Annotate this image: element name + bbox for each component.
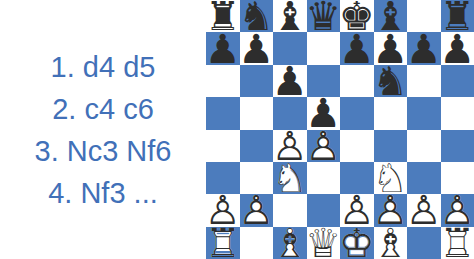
square-b3[interactable]: [240, 162, 274, 194]
piece-white-knight: ♞♘: [273, 162, 307, 194]
square-b6[interactable]: [240, 65, 274, 97]
piece-white-knight: ♞♘: [374, 162, 408, 194]
square-e6[interactable]: [340, 65, 374, 97]
square-e1[interactable]: ♚♔: [340, 227, 374, 259]
piece-black-knight: ♞: [240, 0, 274, 32]
piece-white-pawn: ♟♙: [240, 194, 274, 226]
piece-glyph-outline: ♗: [273, 227, 307, 259]
piece-glyph-fill: ♟: [407, 194, 441, 226]
square-e3[interactable]: [340, 162, 374, 194]
piece-glyph-fill: ♝: [374, 227, 408, 259]
move-list: 1. d4 d5 2. c4 c6 3. Nc3 Nf6 4. Nf3 ...: [0, 0, 206, 259]
square-h5[interactable]: [441, 97, 474, 129]
square-a4[interactable]: [206, 130, 240, 162]
square-h3[interactable]: [441, 162, 474, 194]
piece-glyph-fill: ♜: [206, 227, 240, 259]
piece-white-pawn: ♟♙: [273, 130, 307, 162]
piece-glyph-fill: ♟: [441, 194, 474, 226]
move-line-2: 2. c4 c6: [52, 88, 154, 130]
square-d7[interactable]: [307, 32, 341, 64]
piece-glyph-fill: ♟: [240, 194, 274, 226]
piece-white-pawn: ♟♙: [374, 194, 408, 226]
piece-glyph-fill: ♞: [374, 162, 408, 194]
square-g3[interactable]: [407, 162, 441, 194]
piece-glyph-outline: ♙: [273, 130, 307, 162]
square-b7[interactable]: ♟: [240, 32, 274, 64]
piece-glyph-fill: ♟: [374, 194, 408, 226]
piece-glyph-outline: ♘: [273, 162, 307, 194]
piece-black-pawn: ♟: [273, 65, 307, 97]
square-e4[interactable]: [340, 130, 374, 162]
piece-white-king: ♚♔: [340, 227, 374, 259]
square-d4[interactable]: ♟♙: [307, 130, 341, 162]
piece-black-pawn: ♟: [441, 32, 474, 64]
piece-black-queen: ♛: [307, 0, 341, 32]
square-g4[interactable]: [407, 130, 441, 162]
square-g7[interactable]: ♟: [407, 32, 441, 64]
piece-glyph-fill: ♚: [340, 227, 374, 259]
piece-black-knight: ♞: [374, 65, 408, 97]
piece-black-pawn: ♟: [307, 97, 341, 129]
square-c7[interactable]: [273, 32, 307, 64]
square-f3[interactable]: ♞♘: [374, 162, 408, 194]
piece-white-pawn: ♟♙: [441, 194, 474, 226]
piece-glyph-outline: ♙: [240, 194, 274, 226]
square-d5[interactable]: ♟: [307, 97, 341, 129]
square-a2[interactable]: ♟♙: [206, 194, 240, 226]
square-c8[interactable]: ♝: [273, 0, 307, 32]
piece-glyph-fill: ♞: [273, 162, 307, 194]
piece-glyph-outline: ♔: [340, 227, 374, 259]
square-d2[interactable]: [307, 194, 341, 226]
move-line-4: 4. Nf3 ...: [48, 172, 158, 214]
square-a3[interactable]: [206, 162, 240, 194]
piece-white-rook: ♜♖: [206, 227, 240, 259]
piece-glyph-outline: ♗: [374, 227, 408, 259]
piece-white-pawn: ♟♙: [340, 194, 374, 226]
square-d8[interactable]: ♛: [307, 0, 341, 32]
slide: 1. d4 d5 2. c4 c6 3. Nc3 Nf6 4. Nf3 ... …: [0, 0, 474, 259]
piece-glyph-fill: ♟: [340, 194, 374, 226]
square-f7[interactable]: ♟: [374, 32, 408, 64]
square-b8[interactable]: ♞: [240, 0, 274, 32]
piece-black-rook: ♜: [206, 0, 240, 32]
piece-white-pawn: ♟♙: [206, 194, 240, 226]
square-a5[interactable]: [206, 97, 240, 129]
piece-glyph-fill: ♟: [307, 130, 341, 162]
piece-glyph-outline: ♙: [206, 194, 240, 226]
square-c4[interactable]: ♟♙: [273, 130, 307, 162]
square-b5[interactable]: [240, 97, 274, 129]
square-g5[interactable]: [407, 97, 441, 129]
piece-glyph-fill: ♟: [206, 194, 240, 226]
piece-glyph-fill: ♛: [307, 227, 341, 259]
square-h2[interactable]: ♟♙: [441, 194, 474, 226]
piece-glyph-outline: ♕: [307, 227, 341, 259]
piece-black-pawn: ♟: [240, 32, 274, 64]
piece-glyph-outline: ♙: [407, 194, 441, 226]
square-h6[interactable]: [441, 65, 474, 97]
square-g2[interactable]: ♟♙: [407, 194, 441, 226]
move-line-3: 3. Nc3 Nf6: [35, 130, 172, 172]
piece-glyph-outline: ♘: [374, 162, 408, 194]
piece-glyph-outline: ♙: [441, 194, 474, 226]
piece-black-king: ♚: [340, 0, 374, 32]
square-h4[interactable]: [441, 130, 474, 162]
piece-glyph-outline: ♙: [307, 130, 341, 162]
piece-glyph-outline: ♙: [374, 194, 408, 226]
move-line-1: 1. d4 d5: [51, 46, 156, 88]
square-a8[interactable]: ♜: [206, 0, 240, 32]
piece-glyph-fill: ♜: [441, 227, 474, 259]
square-c2[interactable]: [273, 194, 307, 226]
piece-glyph-outline: ♖: [206, 227, 240, 259]
square-c5[interactable]: [273, 97, 307, 129]
piece-black-pawn: ♟: [374, 32, 408, 64]
square-d6[interactable]: [307, 65, 341, 97]
square-h1[interactable]: ♜♖: [441, 227, 474, 259]
piece-black-rook: ♜: [441, 0, 474, 32]
piece-white-bishop: ♝♗: [273, 227, 307, 259]
piece-black-bishop: ♝: [374, 0, 408, 32]
square-e7[interactable]: ♟: [340, 32, 374, 64]
square-b2[interactable]: ♟♙: [240, 194, 274, 226]
piece-white-rook: ♜♖: [441, 227, 474, 259]
piece-white-pawn: ♟♙: [307, 130, 341, 162]
square-a6[interactable]: [206, 65, 240, 97]
piece-glyph-outline: ♙: [340, 194, 374, 226]
square-g6[interactable]: [407, 65, 441, 97]
square-f2[interactable]: ♟♙: [374, 194, 408, 226]
square-c1[interactable]: ♝♗: [273, 227, 307, 259]
piece-black-bishop: ♝: [273, 0, 307, 32]
square-g1[interactable]: [407, 227, 441, 259]
piece-black-pawn: ♟: [340, 32, 374, 64]
chess-board: ♜♞♝♛♚♝♜♟♟♟♟♟♟♟♞♟♟♙♟♙♞♘♞♘♟♙♟♙♟♙♟♙♟♙♟♙♜♖♝♗…: [206, 0, 474, 259]
square-c6[interactable]: ♟: [273, 65, 307, 97]
square-a7[interactable]: ♟: [206, 32, 240, 64]
square-c3[interactable]: ♞♘: [273, 162, 307, 194]
square-g8[interactable]: [407, 0, 441, 32]
square-a1[interactable]: ♜♖: [206, 227, 240, 259]
piece-glyph-fill: ♝: [273, 227, 307, 259]
piece-white-pawn: ♟♙: [407, 194, 441, 226]
piece-glyph-fill: ♟: [273, 130, 307, 162]
piece-white-bishop: ♝♗: [374, 227, 408, 259]
square-h8[interactable]: ♜: [441, 0, 474, 32]
piece-black-pawn: ♟: [407, 32, 441, 64]
square-b1[interactable]: [240, 227, 274, 259]
square-h7[interactable]: ♟: [441, 32, 474, 64]
square-f4[interactable]: [374, 130, 408, 162]
square-d1[interactable]: ♛♕: [307, 227, 341, 259]
square-e2[interactable]: ♟♙: [340, 194, 374, 226]
piece-white-queen: ♛♕: [307, 227, 341, 259]
square-e8[interactable]: ♚: [340, 0, 374, 32]
square-f8[interactable]: ♝: [374, 0, 408, 32]
piece-glyph-outline: ♖: [441, 227, 474, 259]
square-f5[interactable]: [374, 97, 408, 129]
square-d3[interactable]: [307, 162, 341, 194]
square-e5[interactable]: [340, 97, 374, 129]
square-f6[interactable]: ♞: [374, 65, 408, 97]
piece-black-pawn: ♟: [206, 32, 240, 64]
square-b4[interactable]: [240, 130, 274, 162]
square-f1[interactable]: ♝♗: [374, 227, 408, 259]
